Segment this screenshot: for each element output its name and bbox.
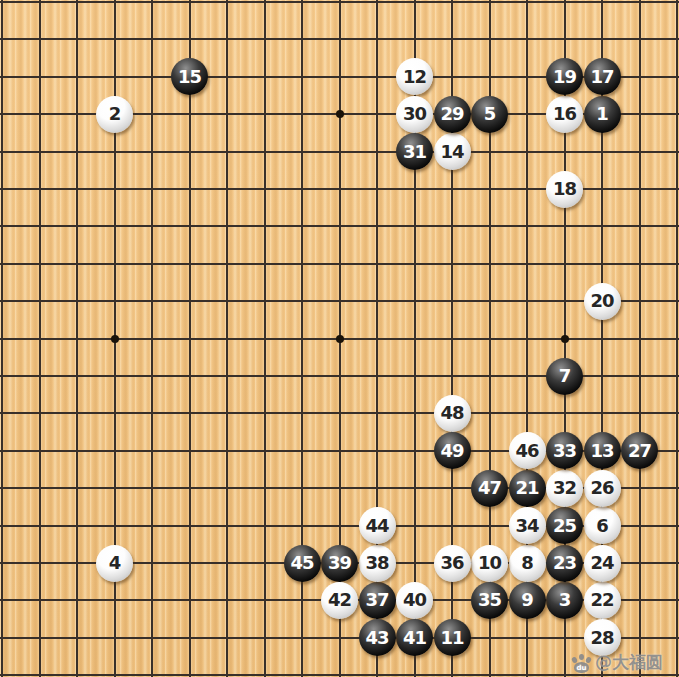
stone-49-black: 49 [434,432,471,469]
stone-27-black: 27 [621,432,658,469]
stone-25-black: 25 [546,507,583,544]
stone-14-white: 14 [434,133,471,170]
stone-48-white: 48 [434,395,471,432]
stone-39-black: 39 [321,545,358,582]
stone-11-black: 11 [434,619,471,656]
stone-43-black: 43 [359,619,396,656]
watermark-text: @大福圆 [595,651,663,674]
stone-42-white: 42 [321,582,358,619]
stone-4-white: 4 [96,545,133,582]
stone-12-white: 12 [396,58,433,95]
stone-33-black: 33 [546,432,583,469]
stone-41-black: 41 [396,619,433,656]
star-point [561,335,569,343]
stone-35-black: 35 [471,582,508,619]
stone-31-black: 31 [396,133,433,170]
stone-26-white: 26 [584,470,621,507]
grid-vline [639,0,641,677]
stone-45-black: 45 [284,545,321,582]
stone-9-black: 9 [509,582,546,619]
stone-23-black: 23 [546,545,583,582]
stone-19-black: 19 [546,58,583,95]
stone-6-white: 6 [584,507,621,544]
stone-40-white: 40 [396,582,433,619]
stone-20-white: 20 [584,283,621,320]
stone-7-black: 7 [546,358,583,395]
stone-44-white: 44 [359,507,396,544]
stone-36-white: 36 [434,545,471,582]
grid-hline [0,637,679,639]
stone-1-black: 1 [584,96,621,133]
stone-5-black: 5 [471,96,508,133]
watermark: du @大福圆 [571,651,663,674]
star-point [111,335,119,343]
stone-21-black: 21 [509,470,546,507]
grid-vline [676,0,678,677]
star-point [336,335,344,343]
stone-30-white: 30 [396,96,433,133]
paw-pad: du [574,662,589,673]
stone-47-black: 47 [471,470,508,507]
go-diagram: 1234567891011121314151617181920212223242… [0,0,679,677]
stone-18-white: 18 [546,171,583,208]
stone-3-black: 3 [546,582,583,619]
stone-46-white: 46 [509,432,546,469]
stone-24-white: 24 [584,545,621,582]
go-board[interactable]: 1234567891011121314151617181920212223242… [0,0,679,677]
stone-16-white: 16 [546,96,583,133]
stone-29-black: 29 [434,96,471,133]
stone-34-white: 34 [509,507,546,544]
stone-13-black: 13 [584,432,621,469]
stone-17-black: 17 [584,58,621,95]
star-point [336,110,344,118]
baidu-paw-icon: du [571,654,592,674]
stone-32-white: 32 [546,470,583,507]
stone-37-black: 37 [359,582,396,619]
grid-hline [0,412,679,414]
stone-2-white: 2 [96,96,133,133]
grid-hline [0,674,679,676]
stone-22-white: 22 [584,582,621,619]
stone-15-black: 15 [171,58,208,95]
stone-38-white: 38 [359,545,396,582]
stone-10-white: 10 [471,545,508,582]
stone-8-white: 8 [509,545,546,582]
